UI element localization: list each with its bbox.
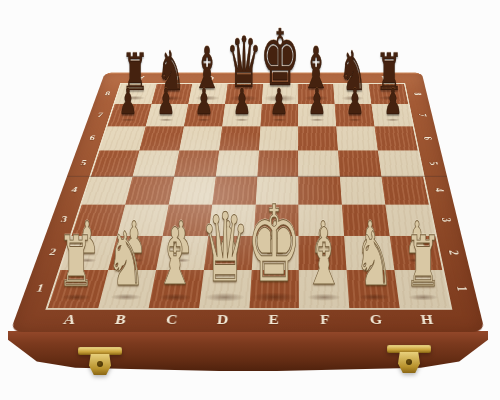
piece-black-pawn-f7[interactable]: ♟ (308, 84, 327, 120)
clasp-bar-icon (387, 345, 431, 353)
piece-black-pawn-c7[interactable]: ♟ (195, 84, 214, 120)
piece-white-king-e1[interactable]: ♚ (247, 191, 302, 297)
photo-background: AABBCCDDEEFFGGHH1122334455667788 ♜♞♝♛♚♝♞… (0, 0, 500, 400)
piece-white-knight-b1[interactable]: ♞ (106, 223, 145, 297)
pieces-layer: ♜♞♝♛♚♝♞♜♟♟♟♟♟♟♟♟♟♟♟♟♟♟♟♟♜♞♝♛♚♝♞♜ (0, 0, 500, 400)
clasp-hole-icon (97, 361, 103, 367)
piece-white-queen-d1[interactable]: ♛ (200, 202, 250, 298)
piece-black-pawn-h7[interactable]: ♟ (383, 84, 402, 120)
piece-white-bishop-f1[interactable]: ♝ (304, 219, 345, 298)
brass-clasp-left (78, 345, 122, 379)
piece-white-bishop-c1[interactable]: ♝ (155, 219, 196, 298)
brass-clasp-right (387, 343, 431, 377)
piece-white-rook-a1[interactable]: ♜ (58, 227, 94, 297)
piece-white-knight-g1[interactable]: ♞ (354, 223, 393, 297)
piece-black-pawn-g7[interactable]: ♟ (346, 84, 365, 120)
piece-black-pawn-d7[interactable]: ♟ (232, 84, 251, 120)
clasp-hole-icon (406, 359, 412, 365)
piece-black-pawn-a7[interactable]: ♟ (119, 84, 138, 120)
piece-white-rook-h1[interactable]: ♜ (405, 227, 441, 297)
clasp-bar-icon (78, 347, 122, 355)
piece-black-pawn-b7[interactable]: ♟ (157, 84, 176, 120)
piece-black-pawn-e7[interactable]: ♟ (270, 84, 289, 120)
